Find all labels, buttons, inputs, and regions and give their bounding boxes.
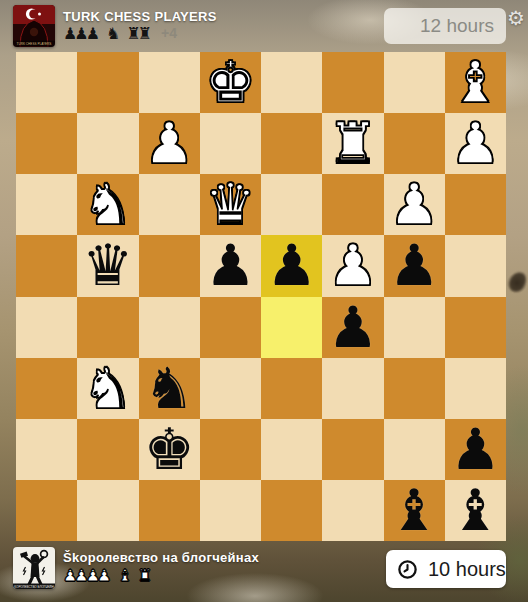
square-c3[interactable] bbox=[322, 174, 383, 235]
square-c4[interactable]: ♟ bbox=[322, 235, 383, 296]
top-player-bar: TURK CHESS PLAYERS TURK CHESS PLAYERS ♟♟… bbox=[0, 0, 528, 52]
square-e2[interactable] bbox=[200, 113, 261, 174]
captured-white-rook-icon: ♜ bbox=[138, 567, 152, 584]
square-f7[interactable]: ♚ bbox=[139, 419, 200, 480]
square-c7[interactable] bbox=[322, 419, 383, 480]
square-a2[interactable]: ♟ bbox=[445, 113, 506, 174]
captured-black-pawn-icon: ♟ bbox=[86, 25, 100, 42]
bottom-player-captured-tray: ♟♟♟♟♝♜ bbox=[63, 567, 152, 584]
captured-black-rook-icon: ♜ bbox=[138, 25, 152, 42]
square-e6[interactable] bbox=[200, 358, 261, 419]
square-h2[interactable] bbox=[16, 113, 77, 174]
square-b4[interactable]: ♟ bbox=[384, 235, 445, 296]
piece-white-pawn-c4: ♟ bbox=[327, 235, 378, 296]
square-e5[interactable] bbox=[200, 297, 261, 358]
bottom-player-bar: КОРОЛЕВСТВО БЛОГЧЕЙН Škоролевство на бло… bbox=[0, 541, 528, 602]
piece-white-pawn-f2: ♟ bbox=[144, 113, 195, 174]
square-d4[interactable]: ♟ bbox=[261, 235, 322, 296]
square-g2[interactable] bbox=[77, 113, 138, 174]
piece-black-pawn-c5: ♟ bbox=[327, 297, 378, 358]
piece-white-knight-g3: ♞ bbox=[82, 174, 133, 235]
piece-white-knight-g6: ♞ bbox=[82, 358, 133, 419]
piece-white-bishop-a1: ♝ bbox=[450, 52, 501, 113]
piece-white-rook-c2: ♜ bbox=[327, 113, 378, 174]
piece-white-queen-e3: ♛ bbox=[205, 174, 256, 235]
square-g7[interactable] bbox=[77, 419, 138, 480]
square-a5[interactable] bbox=[445, 297, 506, 358]
piece-black-king-f7: ♚ bbox=[144, 419, 195, 480]
piece-white-king-e1: ♚ bbox=[205, 52, 256, 113]
top-player-captured-tray: ♟♟♟♞♜♜+4 bbox=[63, 25, 177, 42]
square-b5[interactable] bbox=[384, 297, 445, 358]
square-d1[interactable] bbox=[261, 52, 322, 113]
square-e8[interactable] bbox=[200, 480, 261, 541]
bottom-player-clock: 10 hours bbox=[386, 550, 506, 588]
square-d8[interactable] bbox=[261, 480, 322, 541]
top-player-name: TURK CHESS PLAYERS bbox=[63, 9, 217, 24]
square-b7[interactable] bbox=[384, 419, 445, 480]
captured-white-bishop-icon: ♝ bbox=[117, 567, 131, 584]
square-d6[interactable] bbox=[261, 358, 322, 419]
square-d3[interactable] bbox=[261, 174, 322, 235]
square-c8[interactable] bbox=[322, 480, 383, 541]
svg-text:КОРОЛЕВСТВО БЛОГЧЕЙН: КОРОЛЕВСТВО БЛОГЧЕЙН bbox=[14, 585, 53, 589]
captured-white-pawn-icon: ♟ bbox=[97, 567, 111, 584]
square-e4[interactable]: ♟ bbox=[200, 235, 261, 296]
top-player-time-label: 12 hours bbox=[420, 15, 494, 37]
top-player-avatar[interactable]: TURK CHESS PLAYERS bbox=[13, 5, 55, 47]
piece-black-pawn-a7: ♟ bbox=[450, 419, 501, 480]
background-bird bbox=[507, 270, 527, 294]
piece-black-pawn-d4: ♟ bbox=[266, 235, 317, 296]
piece-black-queen-g4: ♛ bbox=[82, 235, 133, 296]
square-g6[interactable]: ♞ bbox=[77, 358, 138, 419]
square-a3[interactable] bbox=[445, 174, 506, 235]
square-h1[interactable] bbox=[16, 52, 77, 113]
square-h6[interactable] bbox=[16, 358, 77, 419]
square-a4[interactable] bbox=[445, 235, 506, 296]
square-f3[interactable] bbox=[139, 174, 200, 235]
square-e1[interactable]: ♚ bbox=[200, 52, 261, 113]
square-a1[interactable]: ♝ bbox=[445, 52, 506, 113]
piece-white-pawn-a2: ♟ bbox=[450, 113, 501, 174]
square-h7[interactable] bbox=[16, 419, 77, 480]
square-g8[interactable] bbox=[77, 480, 138, 541]
svg-text:TURK CHESS PLAYERS: TURK CHESS PLAYERS bbox=[17, 42, 52, 46]
square-b1[interactable] bbox=[384, 52, 445, 113]
square-f4[interactable] bbox=[139, 235, 200, 296]
settings-gear-icon[interactable]: ⚙ bbox=[507, 6, 525, 30]
piece-white-pawn-b3: ♟ bbox=[389, 174, 440, 235]
square-a7[interactable]: ♟ bbox=[445, 419, 506, 480]
square-g3[interactable]: ♞ bbox=[77, 174, 138, 235]
square-g5[interactable] bbox=[77, 297, 138, 358]
square-b8[interactable]: ♝ bbox=[384, 480, 445, 541]
square-f1[interactable] bbox=[139, 52, 200, 113]
square-g4[interactable]: ♛ bbox=[77, 235, 138, 296]
piece-black-pawn-e4: ♟ bbox=[205, 235, 256, 296]
square-f6[interactable]: ♞ bbox=[139, 358, 200, 419]
square-d5[interactable] bbox=[261, 297, 322, 358]
turk-chess-players-avatar-image: TURK CHESS PLAYERS bbox=[13, 5, 55, 47]
piece-black-bishop-b8: ♝ bbox=[389, 480, 440, 541]
bottom-player-name: Škоролевство на блогчейнах bbox=[63, 550, 259, 565]
square-f8[interactable] bbox=[139, 480, 200, 541]
square-e3[interactable]: ♛ bbox=[200, 174, 261, 235]
square-b3[interactable]: ♟ bbox=[384, 174, 445, 235]
captured-black-knight-icon: ♞ bbox=[106, 25, 120, 42]
piece-black-bishop-a8: ♝ bbox=[450, 480, 501, 541]
square-c2[interactable]: ♜ bbox=[322, 113, 383, 174]
square-b6[interactable] bbox=[384, 358, 445, 419]
clock-icon bbox=[397, 559, 418, 580]
square-a8[interactable]: ♝ bbox=[445, 480, 506, 541]
square-c5[interactable]: ♟ bbox=[322, 297, 383, 358]
square-a6[interactable] bbox=[445, 358, 506, 419]
piece-black-knight-f6: ♞ bbox=[144, 358, 195, 419]
square-h8[interactable] bbox=[16, 480, 77, 541]
square-e7[interactable] bbox=[200, 419, 261, 480]
kingdom-on-blockchains-avatar-image: КОРОЛЕВСТВО БЛОГЧЕЙН bbox=[13, 547, 55, 589]
piece-black-pawn-b4: ♟ bbox=[389, 235, 440, 296]
square-h4[interactable] bbox=[16, 235, 77, 296]
square-f2[interactable]: ♟ bbox=[139, 113, 200, 174]
square-b2[interactable] bbox=[384, 113, 445, 174]
chess-game-screen: TURK CHESS PLAYERS TURK CHESS PLAYERS ♟♟… bbox=[0, 0, 528, 602]
top-player-clock: 12 hours bbox=[384, 8, 506, 44]
square-d7[interactable] bbox=[261, 419, 322, 480]
square-d2[interactable] bbox=[261, 113, 322, 174]
bottom-player-avatar[interactable]: КОРОЛЕВСТВО БЛОГЧЕЙН bbox=[13, 547, 55, 589]
square-c6[interactable] bbox=[322, 358, 383, 419]
bottom-player-time-label: 10 hours bbox=[428, 558, 506, 581]
chess-board: ♚♝♟♜♟♞♛♟♛♟♟♟♟♟♞♞♚♟♝♝ bbox=[16, 52, 506, 541]
material-advantage-badge: +4 bbox=[161, 25, 177, 42]
square-f5[interactable] bbox=[139, 297, 200, 358]
square-c1[interactable] bbox=[322, 52, 383, 113]
square-g1[interactable] bbox=[77, 52, 138, 113]
square-h5[interactable] bbox=[16, 297, 77, 358]
square-h3[interactable] bbox=[16, 174, 77, 235]
